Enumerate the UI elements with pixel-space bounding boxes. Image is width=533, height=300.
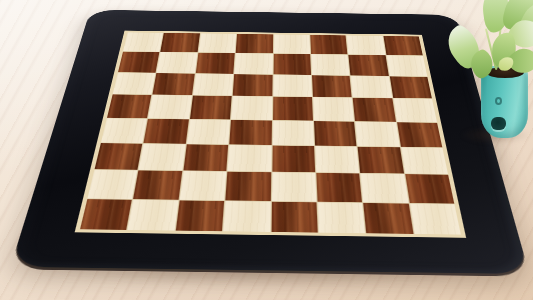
square-h5[interactable] <box>393 98 437 122</box>
square-g5[interactable] <box>353 98 396 122</box>
square-b8[interactable] <box>161 33 200 52</box>
square-h7[interactable] <box>386 56 427 77</box>
scene <box>0 0 533 300</box>
square-c5[interactable] <box>190 96 232 119</box>
pot-water-window <box>491 117 506 130</box>
square-a5[interactable] <box>107 95 152 118</box>
square-g2[interactable] <box>361 174 409 203</box>
square-g1[interactable] <box>363 203 413 234</box>
square-b4[interactable] <box>144 119 189 144</box>
square-f1[interactable] <box>317 202 365 233</box>
square-f8[interactable] <box>310 35 348 55</box>
square-b1[interactable] <box>128 200 179 231</box>
square-a6[interactable] <box>113 73 156 95</box>
square-h3[interactable] <box>401 147 448 174</box>
square-d7[interactable] <box>234 53 272 74</box>
square-a1[interactable] <box>80 199 132 230</box>
square-b5[interactable] <box>148 95 191 118</box>
square-f5[interactable] <box>313 97 354 121</box>
square-f3[interactable] <box>315 146 359 173</box>
square-c3[interactable] <box>183 144 228 171</box>
square-g3[interactable] <box>358 147 404 174</box>
square-a2[interactable] <box>88 170 138 199</box>
square-c7[interactable] <box>196 53 235 74</box>
board-edge-strip <box>75 31 466 238</box>
square-c1[interactable] <box>176 200 225 231</box>
square-h4[interactable] <box>397 122 443 147</box>
square-g8[interactable] <box>347 35 386 55</box>
square-b7[interactable] <box>157 52 197 73</box>
square-d1[interactable] <box>223 201 270 232</box>
square-d2[interactable] <box>225 172 270 201</box>
square-f6[interactable] <box>312 75 352 97</box>
chessboard <box>54 0 490 300</box>
square-a4[interactable] <box>101 118 147 143</box>
square-a3[interactable] <box>95 143 143 170</box>
pot-logo-icon <box>495 97 502 105</box>
board-grid <box>80 32 461 234</box>
square-c2[interactable] <box>179 171 226 200</box>
square-d8[interactable] <box>236 34 273 54</box>
square-f2[interactable] <box>316 173 362 202</box>
square-h8[interactable] <box>383 36 423 56</box>
square-e2[interactable] <box>271 172 316 201</box>
square-h1[interactable] <box>409 203 460 234</box>
square-b6[interactable] <box>153 73 195 95</box>
square-e3[interactable] <box>272 145 315 172</box>
square-e7[interactable] <box>273 54 311 75</box>
square-e4[interactable] <box>272 120 314 145</box>
square-d6[interactable] <box>233 74 272 96</box>
square-e6[interactable] <box>273 75 312 97</box>
square-c6[interactable] <box>193 74 234 96</box>
square-d3[interactable] <box>227 145 271 172</box>
square-f7[interactable] <box>311 54 350 75</box>
plant-pot <box>481 66 528 138</box>
square-e8[interactable] <box>273 34 310 54</box>
square-f4[interactable] <box>314 121 357 146</box>
square-a8[interactable] <box>123 32 163 51</box>
square-c8[interactable] <box>198 33 236 52</box>
square-b3[interactable] <box>139 144 186 171</box>
square-e5[interactable] <box>273 97 313 121</box>
square-h6[interactable] <box>389 76 431 98</box>
square-g6[interactable] <box>351 76 392 98</box>
square-d5[interactable] <box>231 96 272 120</box>
square-d4[interactable] <box>229 120 271 145</box>
square-b2[interactable] <box>134 171 182 200</box>
square-g7[interactable] <box>349 55 389 76</box>
square-c4[interactable] <box>187 119 231 144</box>
square-e1[interactable] <box>271 201 318 232</box>
square-g4[interactable] <box>355 121 399 146</box>
square-h2[interactable] <box>405 174 454 203</box>
square-a7[interactable] <box>118 52 160 73</box>
